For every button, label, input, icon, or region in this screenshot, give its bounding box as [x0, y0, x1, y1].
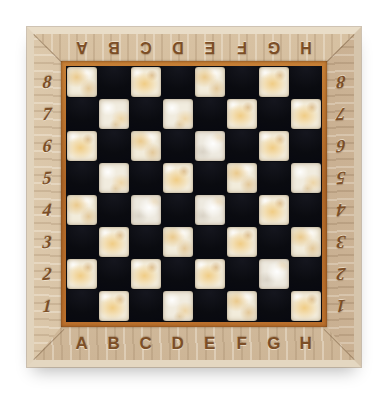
square-c3[interactable]	[130, 226, 162, 258]
file-label-bottom-c: C	[130, 329, 162, 359]
rank-label-right-2: 2	[327, 257, 355, 291]
square-a3[interactable]	[66, 226, 98, 258]
square-a5[interactable]	[66, 162, 98, 194]
rank-label-right-4: 4	[327, 193, 355, 227]
square-d7[interactable]	[162, 98, 194, 130]
square-h5[interactable]	[290, 162, 322, 194]
square-g6[interactable]	[258, 130, 290, 162]
rank-labels-right: 8 7 6 5 4 3 2 1	[328, 66, 354, 322]
rank-label-left-8: 8	[33, 65, 61, 99]
square-h1[interactable]	[290, 290, 322, 322]
square-f6[interactable]	[226, 130, 258, 162]
square-d8[interactable]	[162, 66, 194, 98]
square-h7[interactable]	[290, 98, 322, 130]
rank-label-left-2: 2	[33, 257, 61, 291]
square-d2[interactable]	[162, 258, 194, 290]
file-label-top-f: F	[226, 35, 258, 60]
rank-label-right-1: 1	[327, 289, 355, 323]
file-label-top-c: C	[130, 35, 162, 60]
square-f3[interactable]	[226, 226, 258, 258]
square-g4[interactable]	[258, 194, 290, 226]
square-e2[interactable]	[194, 258, 226, 290]
square-b3[interactable]	[98, 226, 130, 258]
rank-label-left-5: 5	[33, 161, 61, 195]
rank-labels-left: 8 7 6 5 4 3 2 1	[34, 66, 60, 322]
square-b1[interactable]	[98, 290, 130, 322]
file-labels-top: A B C D E F G H	[66, 35, 322, 60]
file-label-top-d: D	[162, 35, 194, 60]
rank-label-left-3: 3	[33, 225, 61, 259]
file-label-bottom-a: A	[66, 329, 98, 359]
square-e8[interactable]	[194, 66, 226, 98]
square-b6[interactable]	[98, 130, 130, 162]
file-label-bottom-h: H	[290, 329, 322, 359]
board-frame: A B C D E F G H A B C D E F G H 8	[34, 34, 354, 360]
square-c6[interactable]	[130, 130, 162, 162]
square-h2[interactable]	[290, 258, 322, 290]
square-h4[interactable]	[290, 194, 322, 226]
square-b2[interactable]	[98, 258, 130, 290]
square-c8[interactable]	[130, 66, 162, 98]
file-label-bottom-d: D	[162, 329, 194, 359]
rank-label-left-1: 1	[33, 289, 61, 323]
square-c1[interactable]	[130, 290, 162, 322]
file-labels-bottom: A B C D E F G H	[66, 329, 322, 359]
square-b7[interactable]	[98, 98, 130, 130]
square-e6[interactable]	[194, 130, 226, 162]
rank-label-left-6: 6	[33, 129, 61, 163]
square-d5[interactable]	[162, 162, 194, 194]
rank-label-right-7: 7	[327, 97, 355, 131]
square-g2[interactable]	[258, 258, 290, 290]
square-b5[interactable]	[98, 162, 130, 194]
rank-label-right-3: 3	[327, 225, 355, 259]
square-a6[interactable]	[66, 130, 98, 162]
square-h8[interactable]	[290, 66, 322, 98]
square-d3[interactable]	[162, 226, 194, 258]
square-f5[interactable]	[226, 162, 258, 194]
square-f4[interactable]	[226, 194, 258, 226]
square-a1[interactable]	[66, 290, 98, 322]
file-label-top-a: A	[66, 35, 98, 60]
photo-background: A B C D E F G H A B C D E F G H 8	[0, 0, 388, 400]
square-e4[interactable]	[194, 194, 226, 226]
rank-label-right-5: 5	[327, 161, 355, 195]
square-f8[interactable]	[226, 66, 258, 98]
square-e3[interactable]	[194, 226, 226, 258]
square-f2[interactable]	[226, 258, 258, 290]
square-a2[interactable]	[66, 258, 98, 290]
square-c7[interactable]	[130, 98, 162, 130]
square-h3[interactable]	[290, 226, 322, 258]
rank-label-right-8: 8	[327, 65, 355, 99]
square-a8[interactable]	[66, 66, 98, 98]
rank-label-left-4: 4	[33, 193, 61, 227]
square-a4[interactable]	[66, 194, 98, 226]
inner-trim-border	[61, 61, 327, 327]
square-f7[interactable]	[226, 98, 258, 130]
file-label-top-b: B	[98, 35, 130, 60]
file-label-top-e: E	[194, 35, 226, 60]
board-grid	[66, 66, 322, 322]
square-a7[interactable]	[66, 98, 98, 130]
square-g1[interactable]	[258, 290, 290, 322]
file-label-bottom-f: F	[226, 329, 258, 359]
file-label-top-g: G	[258, 35, 290, 60]
square-e5[interactable]	[194, 162, 226, 194]
square-g3[interactable]	[258, 226, 290, 258]
square-e1[interactable]	[194, 290, 226, 322]
file-label-bottom-e: E	[194, 329, 226, 359]
square-h6[interactable]	[290, 130, 322, 162]
square-g5[interactable]	[258, 162, 290, 194]
file-label-bottom-g: G	[258, 329, 290, 359]
file-label-bottom-b: B	[98, 329, 130, 359]
square-g7[interactable]	[258, 98, 290, 130]
square-g8[interactable]	[258, 66, 290, 98]
rank-label-right-6: 6	[327, 129, 355, 163]
square-c2[interactable]	[130, 258, 162, 290]
square-d4[interactable]	[162, 194, 194, 226]
square-c4[interactable]	[130, 194, 162, 226]
square-d1[interactable]	[162, 290, 194, 322]
square-c5[interactable]	[130, 162, 162, 194]
square-d6[interactable]	[162, 130, 194, 162]
square-b8[interactable]	[98, 66, 130, 98]
file-label-top-h: H	[290, 35, 322, 60]
square-b4[interactable]	[98, 194, 130, 226]
chess-board: A B C D E F G H A B C D E F G H 8	[27, 27, 361, 367]
square-f1[interactable]	[226, 290, 258, 322]
square-e7[interactable]	[194, 98, 226, 130]
rank-label-left-7: 7	[33, 97, 61, 131]
